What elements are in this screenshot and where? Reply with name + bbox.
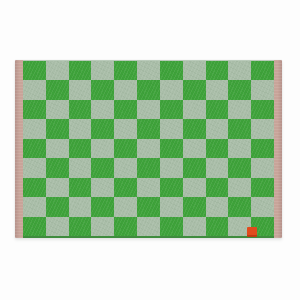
checkered-rug bbox=[15, 60, 282, 238]
board-cell bbox=[23, 119, 46, 138]
board-cell bbox=[228, 178, 251, 197]
board-cell bbox=[114, 80, 137, 99]
board-cell bbox=[137, 158, 160, 177]
board-cell bbox=[137, 197, 160, 216]
board-cell bbox=[137, 80, 160, 99]
board-cell bbox=[69, 178, 92, 197]
board-cell bbox=[206, 119, 229, 138]
board-cell bbox=[23, 217, 46, 236]
board-cell bbox=[23, 197, 46, 216]
board-cell bbox=[251, 158, 274, 177]
board-cell bbox=[137, 217, 160, 236]
board-cell bbox=[183, 197, 206, 216]
rug-fringe-left bbox=[15, 60, 23, 238]
board-cell bbox=[69, 217, 92, 236]
board-cell bbox=[251, 80, 274, 99]
checkerboard-grid bbox=[23, 60, 274, 238]
board-cell bbox=[114, 119, 137, 138]
board-cell bbox=[137, 178, 160, 197]
board-cell bbox=[183, 178, 206, 197]
board-cell bbox=[137, 61, 160, 80]
board-cell bbox=[160, 61, 183, 80]
board-cell bbox=[69, 158, 92, 177]
board-cell bbox=[23, 158, 46, 177]
board-cell bbox=[228, 80, 251, 99]
board-cell bbox=[206, 158, 229, 177]
board-cell bbox=[183, 139, 206, 158]
board-cell bbox=[91, 197, 114, 216]
board-cell bbox=[91, 61, 114, 80]
board-cell bbox=[46, 80, 69, 99]
board-cell bbox=[206, 80, 229, 99]
board-cell bbox=[183, 80, 206, 99]
board-cell bbox=[251, 178, 274, 197]
board-cell bbox=[137, 100, 160, 119]
board-cell bbox=[183, 100, 206, 119]
board-cell bbox=[160, 100, 183, 119]
board-cell bbox=[69, 119, 92, 138]
board-cell bbox=[23, 100, 46, 119]
board-cell bbox=[46, 197, 69, 216]
board-cell bbox=[46, 61, 69, 80]
product-photo-background bbox=[0, 0, 300, 300]
board-cell bbox=[137, 119, 160, 138]
board-cell bbox=[183, 61, 206, 80]
board-cell bbox=[69, 139, 92, 158]
board-cell bbox=[69, 197, 92, 216]
board-cell bbox=[228, 158, 251, 177]
board-cell bbox=[206, 61, 229, 80]
board-cell bbox=[46, 158, 69, 177]
board-cell bbox=[183, 217, 206, 236]
board-cell bbox=[91, 119, 114, 138]
rug-fringe-right bbox=[274, 60, 282, 238]
board-cell bbox=[206, 197, 229, 216]
board-cell bbox=[160, 158, 183, 177]
board-cell bbox=[228, 119, 251, 138]
board-cell bbox=[160, 80, 183, 99]
board-cell bbox=[228, 100, 251, 119]
board-cell bbox=[23, 139, 46, 158]
board-cell bbox=[114, 100, 137, 119]
board-cell bbox=[23, 178, 46, 197]
board-cell bbox=[137, 139, 160, 158]
board-cell bbox=[91, 139, 114, 158]
board-cell bbox=[114, 61, 137, 80]
brand-tag bbox=[247, 227, 257, 237]
board-cell bbox=[46, 217, 69, 236]
board-cell bbox=[114, 158, 137, 177]
board-cell bbox=[228, 139, 251, 158]
board-cell bbox=[23, 61, 46, 80]
board-cell bbox=[251, 139, 274, 158]
board-cell bbox=[91, 100, 114, 119]
board-cell bbox=[46, 139, 69, 158]
board-cell bbox=[206, 139, 229, 158]
board-cell bbox=[228, 61, 251, 80]
board-cell bbox=[114, 139, 137, 158]
board-cell bbox=[46, 178, 69, 197]
board-cell bbox=[183, 158, 206, 177]
board-cell bbox=[46, 119, 69, 138]
board-cell bbox=[206, 217, 229, 236]
board-cell bbox=[160, 119, 183, 138]
board-cell bbox=[91, 178, 114, 197]
board-cell bbox=[114, 217, 137, 236]
board-cell bbox=[91, 217, 114, 236]
board-cell bbox=[206, 100, 229, 119]
board-cell bbox=[114, 197, 137, 216]
board-cell bbox=[183, 119, 206, 138]
board-cell bbox=[251, 100, 274, 119]
board-cell bbox=[251, 197, 274, 216]
board-cell bbox=[160, 139, 183, 158]
board-cell bbox=[206, 178, 229, 197]
board-cell bbox=[160, 178, 183, 197]
board-cell bbox=[228, 197, 251, 216]
board-cell bbox=[114, 178, 137, 197]
board-cell bbox=[251, 119, 274, 138]
board-cell bbox=[69, 80, 92, 99]
board-cell bbox=[160, 217, 183, 236]
board-cell bbox=[46, 100, 69, 119]
board-cell bbox=[69, 100, 92, 119]
board-cell bbox=[251, 61, 274, 80]
board-cell bbox=[69, 61, 92, 80]
board-cell bbox=[91, 80, 114, 99]
board-cell bbox=[91, 158, 114, 177]
board-cell bbox=[160, 197, 183, 216]
board-cell bbox=[23, 80, 46, 99]
